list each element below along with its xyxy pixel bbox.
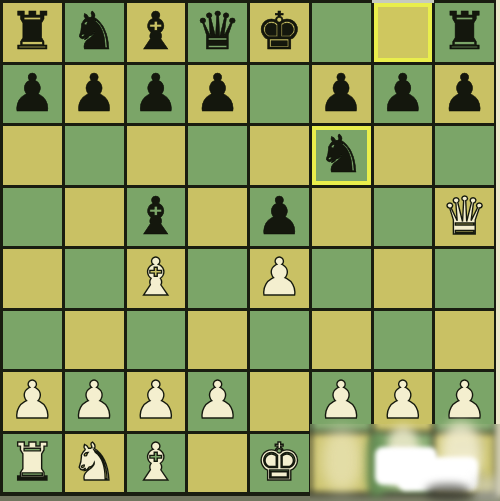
square-e4[interactable]: ♟ bbox=[250, 249, 309, 308]
black-pawn: ♟ bbox=[9, 67, 56, 119]
white-knight: ♞ bbox=[71, 436, 118, 488]
square-e8[interactable]: ♚ bbox=[250, 3, 309, 62]
square-b3[interactable] bbox=[65, 311, 124, 370]
square-a8[interactable]: ♜ bbox=[3, 3, 62, 62]
black-queen: ♛ bbox=[194, 5, 241, 57]
square-d6[interactable] bbox=[188, 126, 247, 185]
square-c2[interactable]: ♟ bbox=[127, 372, 186, 431]
white-pawn: ♟ bbox=[194, 374, 241, 426]
square-g7[interactable]: ♟ bbox=[374, 65, 433, 124]
square-h7[interactable]: ♟ bbox=[435, 65, 494, 124]
white-king: ♚ bbox=[256, 436, 303, 488]
square-e1[interactable]: ♚ bbox=[250, 434, 309, 493]
square-b6[interactable] bbox=[65, 126, 124, 185]
white-pawn: ♟ bbox=[133, 374, 180, 426]
square-b8[interactable]: ♞ bbox=[65, 3, 124, 62]
square-f4[interactable] bbox=[312, 249, 371, 308]
square-e2[interactable] bbox=[250, 372, 309, 431]
white-pawn: ♟ bbox=[71, 374, 118, 426]
square-h2[interactable]: ♟ bbox=[435, 372, 494, 431]
square-h8[interactable]: ♜ bbox=[435, 3, 494, 62]
white-pawn: ♟ bbox=[318, 374, 365, 426]
square-g2[interactable]: ♟ bbox=[374, 372, 433, 431]
square-c4[interactable]: ♝ bbox=[127, 249, 186, 308]
square-f5[interactable] bbox=[312, 188, 371, 247]
square-d5[interactable] bbox=[188, 188, 247, 247]
square-e6[interactable] bbox=[250, 126, 309, 185]
square-a1[interactable]: ♜ bbox=[3, 434, 62, 493]
board-edge-top-gap bbox=[372, 0, 434, 3]
square-g4[interactable] bbox=[374, 249, 433, 308]
square-b4[interactable] bbox=[65, 249, 124, 308]
square-b5[interactable] bbox=[65, 188, 124, 247]
square-a4[interactable] bbox=[3, 249, 62, 308]
square-e5[interactable]: ♟ bbox=[250, 188, 309, 247]
square-b2[interactable]: ♟ bbox=[65, 372, 124, 431]
white-pawn: ♟ bbox=[9, 374, 56, 426]
square-a7[interactable]: ♟ bbox=[3, 65, 62, 124]
square-f8[interactable] bbox=[312, 3, 371, 62]
square-b7[interactable]: ♟ bbox=[65, 65, 124, 124]
square-d8[interactable]: ♛ bbox=[188, 3, 247, 62]
square-d1[interactable] bbox=[188, 434, 247, 493]
square-a3[interactable] bbox=[3, 311, 62, 370]
black-rook: ♜ bbox=[9, 5, 56, 57]
black-knight: ♞ bbox=[318, 128, 365, 180]
square-f7[interactable]: ♟ bbox=[312, 65, 371, 124]
square-a6[interactable] bbox=[3, 126, 62, 185]
square-c7[interactable]: ♟ bbox=[127, 65, 186, 124]
square-d3[interactable] bbox=[188, 311, 247, 370]
square-g6[interactable] bbox=[374, 126, 433, 185]
square-h4[interactable] bbox=[435, 249, 494, 308]
square-h6[interactable] bbox=[435, 126, 494, 185]
square-c5[interactable]: ♝ bbox=[127, 188, 186, 247]
white-pawn: ♟ bbox=[441, 374, 488, 426]
black-pawn: ♟ bbox=[380, 67, 427, 119]
square-f6[interactable]: ♞ bbox=[312, 126, 371, 185]
square-c1[interactable]: ♝ bbox=[127, 434, 186, 493]
black-pawn: ♟ bbox=[318, 67, 365, 119]
square-f3[interactable] bbox=[312, 311, 371, 370]
white-bishop: ♝ bbox=[133, 436, 180, 488]
square-a5[interactable] bbox=[3, 188, 62, 247]
square-g5[interactable] bbox=[374, 188, 433, 247]
square-d2[interactable]: ♟ bbox=[188, 372, 247, 431]
black-bishop: ♝ bbox=[133, 190, 180, 242]
chess-board: ♜♞♝♛♚♜♟♟♟♟♟♟♟♞♝♟♛♝♟♟♟♟♟♟♟♟♜♞♝♚♞♜ bbox=[3, 3, 494, 492]
black-pawn: ♟ bbox=[133, 67, 180, 119]
black-knight: ♞ bbox=[71, 5, 118, 57]
square-h3[interactable] bbox=[435, 311, 494, 370]
black-pawn: ♟ bbox=[194, 67, 241, 119]
square-e3[interactable] bbox=[250, 311, 309, 370]
black-pawn: ♟ bbox=[256, 190, 303, 242]
black-bishop: ♝ bbox=[133, 5, 180, 57]
square-g8[interactable] bbox=[374, 3, 433, 62]
square-f2[interactable]: ♟ bbox=[312, 372, 371, 431]
square-d7[interactable]: ♟ bbox=[188, 65, 247, 124]
square-c6[interactable] bbox=[127, 126, 186, 185]
black-rook: ♜ bbox=[441, 5, 488, 57]
square-b1[interactable]: ♞ bbox=[65, 434, 124, 493]
square-d4[interactable] bbox=[188, 249, 247, 308]
white-pawn: ♟ bbox=[380, 374, 427, 426]
white-pawn: ♟ bbox=[256, 251, 303, 303]
black-pawn: ♟ bbox=[441, 67, 488, 119]
square-c3[interactable] bbox=[127, 311, 186, 370]
square-e7[interactable] bbox=[250, 65, 309, 124]
watermark-smudge-zone bbox=[310, 424, 500, 501]
square-h5[interactable]: ♛ bbox=[435, 188, 494, 247]
square-g3[interactable] bbox=[374, 311, 433, 370]
square-c8[interactable]: ♝ bbox=[127, 3, 186, 62]
black-pawn: ♟ bbox=[71, 67, 118, 119]
square-a2[interactable]: ♟ bbox=[3, 372, 62, 431]
white-bishop: ♝ bbox=[133, 251, 180, 303]
chess-board-window: ♜♞♝♛♚♜♟♟♟♟♟♟♟♞♝♟♛♝♟♟♟♟♟♟♟♟♜♞♝♚♞♜ bbox=[0, 0, 500, 501]
white-queen: ♛ bbox=[441, 190, 488, 242]
black-king: ♚ bbox=[256, 5, 303, 57]
white-rook: ♜ bbox=[9, 436, 56, 488]
